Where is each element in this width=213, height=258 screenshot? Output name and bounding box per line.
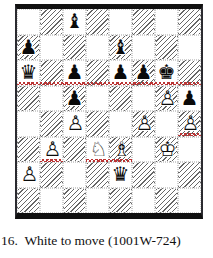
square-h1 (178, 188, 201, 214)
white-pawn: ♟♙ (156, 86, 177, 112)
caption: 16. White to move (1001W-724) (1, 233, 181, 249)
black-queen: ♛ (112, 162, 130, 188)
square-h3 (178, 137, 201, 163)
square-c3 (63, 137, 86, 163)
white-pawn: ♟♙ (179, 111, 200, 137)
square-b5 (40, 86, 63, 112)
square-d6 (86, 60, 109, 86)
black-pawn: ♟ (135, 60, 153, 86)
black-bishop: ♝ (66, 9, 84, 35)
black-pawn: ♟ (181, 86, 199, 112)
square-h7 (178, 35, 201, 61)
black-king: ♚ (158, 60, 176, 86)
square-f4: ♟♙ (132, 111, 155, 137)
square-g7 (155, 35, 178, 61)
square-b2 (40, 162, 63, 188)
square-c6: ♟ (63, 60, 86, 86)
square-c5: ♟ (63, 86, 86, 112)
white-bishop: ♝♗ (110, 137, 131, 163)
square-h8 (178, 9, 201, 35)
square-d5 (86, 86, 109, 112)
white-piece-outline: ♙ (41, 137, 64, 163)
white-piece-outline: ♙ (156, 86, 179, 112)
square-h6 (178, 60, 201, 86)
square-g3: ♚♔ (155, 137, 178, 163)
square-f6: ♟ (132, 60, 155, 86)
square-g6: ♚ (155, 60, 178, 86)
white-king: ♚♔ (156, 137, 177, 163)
square-h5: ♟ (178, 86, 201, 112)
square-g1 (155, 188, 178, 214)
square-a6: ♛ (17, 60, 40, 86)
board-frame: ♝♟♝♛♟♟♟♚♟♟♙♟♟♙♟♙♟♙♟♙♞♘♝♗♚♔♟♙♛ (15, 4, 203, 219)
square-f7 (132, 35, 155, 61)
chess-board: ♝♟♝♛♟♟♟♚♟♟♙♟♟♙♟♙♟♙♟♙♞♘♝♗♚♔♟♙♛ (17, 9, 201, 213)
square-b3: ♟♙ (40, 137, 63, 163)
square-e1 (109, 188, 132, 214)
black-pawn: ♟ (20, 35, 38, 61)
square-a4 (17, 111, 40, 137)
white-piece-outline: ♔ (156, 137, 179, 163)
square-f1 (132, 188, 155, 214)
square-c1 (63, 188, 86, 214)
square-f5 (132, 86, 155, 112)
black-bishop: ♝ (112, 35, 130, 61)
square-d2 (86, 162, 109, 188)
square-b8 (40, 9, 63, 35)
square-a2: ♟♙ (17, 162, 40, 188)
square-e8 (109, 9, 132, 35)
square-f3 (132, 137, 155, 163)
square-a8 (17, 9, 40, 35)
square-b4 (40, 111, 63, 137)
white-pawn: ♟♙ (64, 111, 85, 137)
square-b1 (40, 188, 63, 214)
square-a1 (17, 188, 40, 214)
square-c8: ♝ (63, 9, 86, 35)
square-g8 (155, 9, 178, 35)
square-d1 (86, 188, 109, 214)
square-e2: ♛ (109, 162, 132, 188)
black-pawn: ♟ (66, 60, 84, 86)
white-piece-outline: ♗ (110, 137, 133, 163)
square-d4 (86, 111, 109, 137)
square-e5 (109, 86, 132, 112)
white-knight: ♞♘ (87, 137, 108, 163)
square-b7 (40, 35, 63, 61)
white-piece-outline: ♘ (87, 137, 110, 163)
black-pawn: ♟ (66, 86, 84, 112)
square-c2 (63, 162, 86, 188)
square-e7: ♝ (109, 35, 132, 61)
square-g4 (155, 111, 178, 137)
square-a7: ♟ (17, 35, 40, 61)
square-e3: ♝♗ (109, 137, 132, 163)
square-g5: ♟♙ (155, 86, 178, 112)
white-pawn: ♟♙ (41, 137, 62, 163)
square-h2 (178, 162, 201, 188)
square-e6: ♟ (109, 60, 132, 86)
square-a3 (17, 137, 40, 163)
square-d8 (86, 9, 109, 35)
white-piece-outline: ♙ (18, 162, 41, 188)
square-b6 (40, 60, 63, 86)
square-f2 (132, 162, 155, 188)
black-pawn: ♟ (112, 60, 130, 86)
square-e4 (109, 111, 132, 137)
square-c7 (63, 35, 86, 61)
white-piece-outline: ♙ (133, 111, 156, 137)
white-pawn: ♟♙ (18, 162, 39, 188)
square-a5 (17, 86, 40, 112)
square-f8 (132, 9, 155, 35)
square-h4: ♟♙ (178, 111, 201, 137)
white-piece-outline: ♙ (64, 111, 87, 137)
square-d7 (86, 35, 109, 61)
diagram-page: ♝♟♝♛♟♟♟♚♟♟♙♟♟♙♟♙♟♙♟♙♞♘♝♗♚♔♟♙♛ 16. White … (0, 0, 213, 258)
square-g2 (155, 162, 178, 188)
square-d3: ♞♘ (86, 137, 109, 163)
white-piece-outline: ♙ (179, 111, 202, 137)
white-pawn: ♟♙ (133, 111, 154, 137)
black-queen: ♛ (20, 60, 38, 86)
square-c4: ♟♙ (63, 111, 86, 137)
